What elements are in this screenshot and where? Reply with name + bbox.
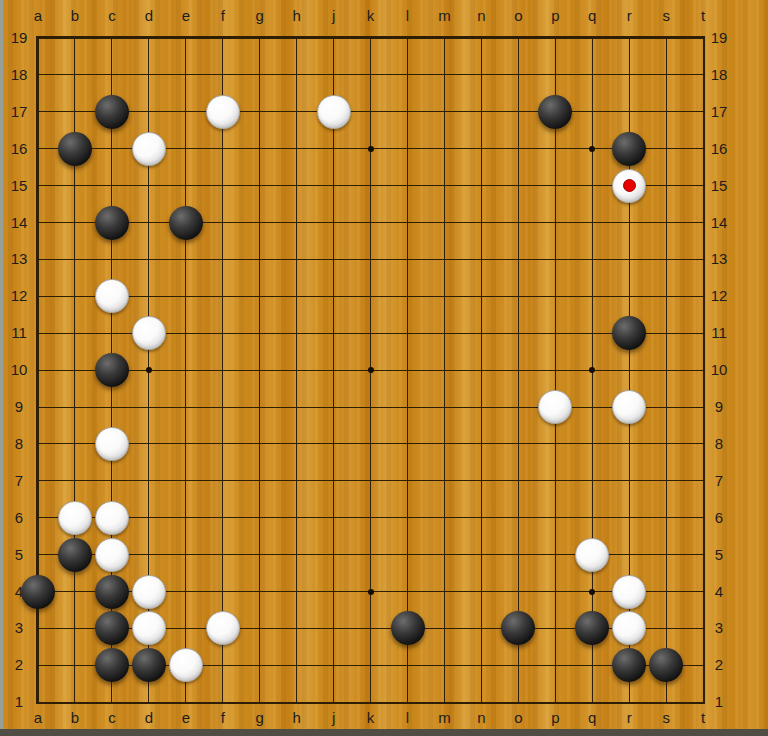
column-label-top: o <box>507 7 529 25</box>
column-label-bottom: k <box>360 709 382 727</box>
row-label-left: 18 <box>5 66 33 84</box>
window-edge-bottom <box>0 729 768 736</box>
row-label-right: 11 <box>705 324 733 342</box>
column-label-bottom: a <box>27 709 49 727</box>
row-label-right: 18 <box>705 66 733 84</box>
column-label-top: r <box>618 7 640 25</box>
stone-white-r15[interactable] <box>612 169 646 203</box>
star-point <box>368 146 374 152</box>
star-point <box>146 367 152 373</box>
stone-black-b5[interactable] <box>58 538 92 572</box>
row-label-left: 9 <box>5 398 33 416</box>
row-label-left: 5 <box>5 546 33 564</box>
row-label-right: 17 <box>705 103 733 121</box>
row-label-right: 5 <box>705 546 733 564</box>
column-label-top: k <box>360 7 382 25</box>
go-board-app: aabbccddeeffgghhjjkkllmmnnooppqqrrsstt19… <box>0 0 768 736</box>
column-label-bottom: e <box>175 709 197 727</box>
column-label-bottom: c <box>101 709 123 727</box>
row-label-right: 2 <box>705 656 733 674</box>
column-label-bottom: l <box>397 709 419 727</box>
row-label-right: 15 <box>705 177 733 195</box>
stone-white-d16[interactable] <box>132 132 166 166</box>
column-label-bottom: t <box>692 709 714 727</box>
column-label-top: e <box>175 7 197 25</box>
row-label-right: 9 <box>705 398 733 416</box>
row-label-left: 15 <box>5 177 33 195</box>
row-label-right: 4 <box>705 583 733 601</box>
row-label-right: 6 <box>705 509 733 527</box>
row-label-right: 10 <box>705 361 733 379</box>
stone-black-c14[interactable] <box>95 206 129 240</box>
column-label-top: m <box>433 7 455 25</box>
column-label-bottom: r <box>618 709 640 727</box>
row-label-left: 1 <box>5 693 33 711</box>
stone-white-e2[interactable] <box>169 648 203 682</box>
stone-black-a4[interactable] <box>21 575 55 609</box>
column-label-top: d <box>138 7 160 25</box>
column-label-top: p <box>544 7 566 25</box>
column-label-top: q <box>581 7 603 25</box>
column-label-bottom: g <box>249 709 271 727</box>
row-label-left: 13 <box>5 250 33 268</box>
stone-black-b16[interactable] <box>58 132 92 166</box>
row-label-right: 1 <box>705 693 733 711</box>
row-label-left: 17 <box>5 103 33 121</box>
row-label-left: 14 <box>5 214 33 232</box>
row-label-right: 19 <box>705 29 733 47</box>
row-label-left: 10 <box>5 361 33 379</box>
row-label-left: 3 <box>5 619 33 637</box>
column-label-top: s <box>655 7 677 25</box>
window-edge-left <box>0 0 3 736</box>
column-label-bottom: h <box>286 709 308 727</box>
column-label-top: g <box>249 7 271 25</box>
column-label-top: b <box>64 7 86 25</box>
row-label-left: 2 <box>5 656 33 674</box>
stone-white-q5[interactable] <box>575 538 609 572</box>
stone-black-c4[interactable] <box>95 575 129 609</box>
stone-white-r9[interactable] <box>612 390 646 424</box>
stone-white-d3[interactable] <box>132 611 166 645</box>
star-point <box>589 146 595 152</box>
column-label-top: n <box>470 7 492 25</box>
stone-black-d2[interactable] <box>132 648 166 682</box>
stone-white-b6[interactable] <box>58 501 92 535</box>
column-label-top: a <box>27 7 49 25</box>
row-label-right: 3 <box>705 619 733 637</box>
row-label-right: 8 <box>705 435 733 453</box>
last-move-marker <box>623 179 636 192</box>
column-label-bottom: m <box>433 709 455 727</box>
star-point <box>368 589 374 595</box>
stone-white-f17[interactable] <box>206 95 240 129</box>
column-label-top: f <box>212 7 234 25</box>
column-label-top: t <box>692 7 714 25</box>
stone-white-d11[interactable] <box>132 316 166 350</box>
stone-black-c10[interactable] <box>95 353 129 387</box>
stone-black-l3[interactable] <box>391 611 425 645</box>
star-point <box>368 367 374 373</box>
stone-white-c5[interactable] <box>95 538 129 572</box>
stone-white-c12[interactable] <box>95 279 129 313</box>
column-label-bottom: d <box>138 709 160 727</box>
column-label-bottom: b <box>64 709 86 727</box>
row-label-left: 16 <box>5 140 33 158</box>
stone-black-c17[interactable] <box>95 95 129 129</box>
stone-white-f3[interactable] <box>206 611 240 645</box>
stone-black-r16[interactable] <box>612 132 646 166</box>
row-label-left: 11 <box>5 324 33 342</box>
column-label-bottom: s <box>655 709 677 727</box>
stone-white-d4[interactable] <box>132 575 166 609</box>
row-label-left: 8 <box>5 435 33 453</box>
column-label-top: c <box>101 7 123 25</box>
column-label-top: h <box>286 7 308 25</box>
row-label-left: 7 <box>5 472 33 490</box>
column-label-top: l <box>397 7 419 25</box>
column-label-bottom: p <box>544 709 566 727</box>
column-label-bottom: o <box>507 709 529 727</box>
row-label-right: 7 <box>705 472 733 490</box>
column-label-bottom: q <box>581 709 603 727</box>
column-label-bottom: f <box>212 709 234 727</box>
column-label-top: j <box>323 7 345 25</box>
stone-white-c6[interactable] <box>95 501 129 535</box>
go-board[interactable]: aabbccddeeffgghhjjkkllmmnnooppqqrrsstt19… <box>0 0 768 736</box>
stone-white-r4[interactable] <box>612 575 646 609</box>
row-label-left: 12 <box>5 287 33 305</box>
column-label-bottom: j <box>323 709 345 727</box>
row-label-left: 19 <box>5 29 33 47</box>
column-label-bottom: n <box>470 709 492 727</box>
row-label-right: 16 <box>705 140 733 158</box>
row-label-right: 12 <box>705 287 733 305</box>
stone-black-c2[interactable] <box>95 648 129 682</box>
stone-white-c8[interactable] <box>95 427 129 461</box>
row-label-left: 6 <box>5 509 33 527</box>
row-label-right: 13 <box>705 250 733 268</box>
row-label-right: 14 <box>705 214 733 232</box>
star-point <box>589 589 595 595</box>
stone-black-p17[interactable] <box>538 95 572 129</box>
stone-black-e14[interactable] <box>169 206 203 240</box>
stone-white-j17[interactable] <box>317 95 351 129</box>
